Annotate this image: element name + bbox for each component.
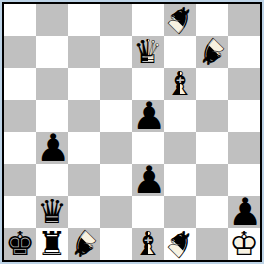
square-c4[interactable]	[68, 132, 100, 164]
square-a2[interactable]	[4, 196, 36, 228]
square-d7[interactable]	[100, 36, 132, 68]
square-g7[interactable]: ♞♘♞	[196, 36, 228, 68]
square-c5[interactable]	[68, 100, 100, 132]
piece-glyph-black: ♟	[228, 196, 260, 228]
square-a7[interactable]	[4, 36, 36, 68]
square-a5[interactable]	[4, 100, 36, 132]
square-g3[interactable]	[196, 164, 228, 196]
piece-glyph-outline: ♗	[164, 68, 196, 100]
square-f3[interactable]	[164, 164, 196, 196]
square-a4[interactable]	[4, 132, 36, 164]
square-e7[interactable]: ♛♕♛	[132, 36, 164, 68]
square-f4[interactable]	[164, 132, 196, 164]
chess-board: ♞♘♞♛♕♛♞♘♞♝♗♝♟♟♟♛♟♚♜♞♘♞♝♗♝♞♘♞♚♔	[4, 4, 260, 260]
piece-neutral-bishop-f6: ♝♗♝	[164, 68, 196, 100]
piece-black-king-a1: ♚	[4, 228, 36, 260]
square-f6[interactable]: ♝♗♝	[164, 68, 196, 100]
square-f5[interactable]	[164, 100, 196, 132]
square-f8[interactable]: ♞♘♞	[164, 4, 196, 36]
square-b6[interactable]	[36, 68, 68, 100]
square-b7[interactable]	[36, 36, 68, 68]
piece-glyph-black: ♛	[36, 196, 68, 228]
square-a3[interactable]	[4, 164, 36, 196]
piece-glyph-neutral-half: ♛	[132, 36, 164, 68]
piece-black-pawn-h2: ♟	[228, 196, 260, 228]
piece-glyph-black: ♟	[36, 132, 68, 164]
square-c1[interactable]: ♞♘♞	[68, 228, 100, 260]
piece-glyph-neutral-half: ♝	[164, 68, 196, 100]
square-h1[interactable]: ♚♔	[228, 228, 260, 260]
square-d3[interactable]	[100, 164, 132, 196]
square-h7[interactable]	[228, 36, 260, 68]
piece-black-pawn-b4: ♟	[36, 132, 68, 164]
square-d4[interactable]	[100, 132, 132, 164]
square-b2[interactable]: ♛	[36, 196, 68, 228]
square-d8[interactable]	[100, 4, 132, 36]
square-a1[interactable]: ♚	[4, 228, 36, 260]
square-d1[interactable]	[100, 228, 132, 260]
square-d5[interactable]	[100, 100, 132, 132]
square-b3[interactable]	[36, 164, 68, 196]
piece-glyph-fill: ♚	[228, 228, 260, 260]
square-a6[interactable]	[4, 68, 36, 100]
piece-white-king-h1: ♚♔	[228, 228, 260, 260]
square-g2[interactable]	[196, 196, 228, 228]
square-g1[interactable]	[196, 228, 228, 260]
square-h5[interactable]	[228, 100, 260, 132]
board-frame: ♞♘♞♛♕♛♞♘♞♝♗♝♟♟♟♛♟♚♜♞♘♞♝♗♝♞♘♞♚♔	[0, 0, 264, 264]
square-c7[interactable]	[68, 36, 100, 68]
piece-glyph-fill: ♛	[132, 36, 164, 68]
square-d2[interactable]	[100, 196, 132, 228]
piece-glyph-black: ♟	[132, 100, 164, 132]
square-f1[interactable]: ♞♘♞	[164, 228, 196, 260]
square-c6[interactable]	[68, 68, 100, 100]
square-d6[interactable]	[100, 68, 132, 100]
piece-glyph-outline: ♔	[228, 228, 260, 260]
square-a8[interactable]	[4, 4, 36, 36]
square-h3[interactable]	[228, 164, 260, 196]
square-b4[interactable]: ♟	[36, 132, 68, 164]
piece-glyph-fill: ♝	[164, 68, 196, 100]
square-g4[interactable]	[196, 132, 228, 164]
square-c8[interactable]	[68, 4, 100, 36]
square-e3[interactable]: ♟	[132, 164, 164, 196]
square-b5[interactable]	[36, 100, 68, 132]
square-h8[interactable]	[228, 4, 260, 36]
piece-black-pawn-e3: ♟	[132, 164, 164, 196]
square-h4[interactable]	[228, 132, 260, 164]
square-e2[interactable]	[132, 196, 164, 228]
board-border: ♞♘♞♛♕♛♞♘♞♝♗♝♟♟♟♛♟♚♜♞♘♞♝♗♝♞♘♞♚♔	[2, 2, 262, 262]
square-e6[interactable]	[132, 68, 164, 100]
square-e5[interactable]: ♟	[132, 100, 164, 132]
piece-black-queen-b2: ♛	[36, 196, 68, 228]
square-c3[interactable]	[68, 164, 100, 196]
square-e4[interactable]	[132, 132, 164, 164]
piece-glyph-outline: ♕	[132, 36, 164, 68]
square-g5[interactable]	[196, 100, 228, 132]
square-h2[interactable]: ♟	[228, 196, 260, 228]
square-h6[interactable]	[228, 68, 260, 100]
square-b8[interactable]	[36, 4, 68, 36]
square-g6[interactable]	[196, 68, 228, 100]
piece-black-pawn-e5: ♟	[132, 100, 164, 132]
piece-glyph-black: ♚	[4, 228, 36, 260]
piece-neutral-queen-e7: ♛♕♛	[132, 36, 164, 68]
piece-glyph-black: ♟	[132, 164, 164, 196]
